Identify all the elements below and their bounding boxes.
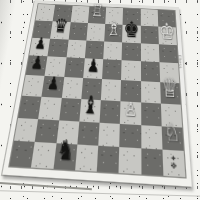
- square-c8[interactable]: [70, 6, 89, 23]
- square-e6[interactable]: [103, 41, 122, 60]
- chess-board-grid: ♖♛♗♚♔♟♟♟♟♕♝♙♘♞✦❖: [9, 4, 185, 177]
- board-edge-brand-text: Chess: [178, 55, 184, 69]
- square-b1[interactable]: [31, 142, 56, 169]
- square-e3[interactable]: [100, 100, 121, 123]
- square-h3[interactable]: [161, 103, 183, 127]
- square-g6[interactable]: [140, 43, 159, 63]
- square-b6[interactable]: [48, 38, 69, 57]
- piece-black-pawn-a6: ♟: [34, 35, 47, 51]
- square-d8[interactable]: ♖: [88, 7, 106, 24]
- square-b5[interactable]: [45, 57, 66, 77]
- piece-black-pawn-a5: ♟: [30, 53, 45, 71]
- page-edge-line: [0, 190, 200, 196]
- square-b8[interactable]: [53, 5, 72, 22]
- square-h7[interactable]: ♔: [158, 26, 177, 44]
- square-h1[interactable]: ✦❖: [162, 150, 185, 177]
- piece-white-pawn-f3: ♙: [124, 99, 136, 119]
- square-f2[interactable]: [119, 123, 140, 148]
- square-b2[interactable]: [35, 119, 59, 144]
- piece-black-pawn-d5: ♟: [87, 55, 101, 74]
- square-g3[interactable]: [141, 102, 162, 126]
- square-c4[interactable]: [61, 77, 83, 99]
- page-edge-line: [0, 182, 92, 190]
- square-g5[interactable]: [140, 61, 159, 82]
- square-f4[interactable]: [121, 80, 141, 102]
- square-b4[interactable]: ♟: [42, 76, 64, 98]
- square-g4[interactable]: [141, 81, 161, 103]
- logo-bottom-glyph: ❖: [170, 163, 178, 170]
- square-d6[interactable]: [85, 40, 105, 59]
- square-g2[interactable]: [141, 125, 162, 150]
- square-d1[interactable]: [75, 145, 98, 172]
- square-f7[interactable]: ♚: [122, 25, 140, 43]
- square-d5[interactable]: ♟: [83, 58, 103, 79]
- square-b7[interactable]: ♛: [50, 21, 70, 39]
- square-f1[interactable]: [119, 147, 141, 174]
- square-c6[interactable]: [66, 39, 86, 58]
- square-g8[interactable]: [140, 9, 158, 26]
- square-e1[interactable]: [97, 146, 120, 173]
- square-e5[interactable]: [102, 59, 122, 80]
- square-g7[interactable]: [140, 25, 158, 43]
- square-g1[interactable]: [141, 149, 163, 176]
- square-d7[interactable]: [86, 23, 105, 41]
- square-c2[interactable]: [56, 120, 79, 145]
- square-c7[interactable]: [68, 22, 87, 40]
- square-b3[interactable]: [38, 97, 61, 120]
- square-h4[interactable]: ♕: [160, 82, 181, 104]
- square-e4[interactable]: [101, 79, 121, 101]
- square-f5[interactable]: [121, 60, 140, 81]
- square-h8[interactable]: [157, 10, 175, 27]
- chessboard: ♖♛♗♚♔♟♟♟♟♕♝♙♘♞✦❖ Chess: [2, 0, 192, 187]
- square-e7[interactable]: ♗: [104, 24, 123, 42]
- square-h6[interactable]: [159, 44, 178, 64]
- photo-background: ♖♛♗♚♔♟♟♟♟♕♝♙♘♞✦❖ Chess: [0, 0, 200, 200]
- square-e2[interactable]: [98, 122, 120, 147]
- square-c1[interactable]: ♞: [53, 143, 77, 170]
- square-f8[interactable]: [123, 8, 141, 25]
- square-f6[interactable]: [122, 42, 141, 61]
- square-e8[interactable]: [105, 7, 123, 24]
- square-c3[interactable]: [59, 98, 81, 121]
- square-d2[interactable]: [77, 121, 100, 146]
- square-f3[interactable]: ♙: [120, 101, 141, 125]
- square-h2[interactable]: ♘: [161, 126, 183, 151]
- square-h5[interactable]: [159, 62, 179, 83]
- square-d3[interactable]: ♝: [79, 99, 101, 122]
- board-maker-logo: ✦❖: [162, 150, 185, 177]
- piece-white-rook-d8: ♖: [91, 3, 104, 20]
- square-c5[interactable]: [64, 57, 85, 77]
- square-d4[interactable]: [81, 78, 102, 100]
- piece-black-pawn-b4: ♟: [46, 74, 60, 92]
